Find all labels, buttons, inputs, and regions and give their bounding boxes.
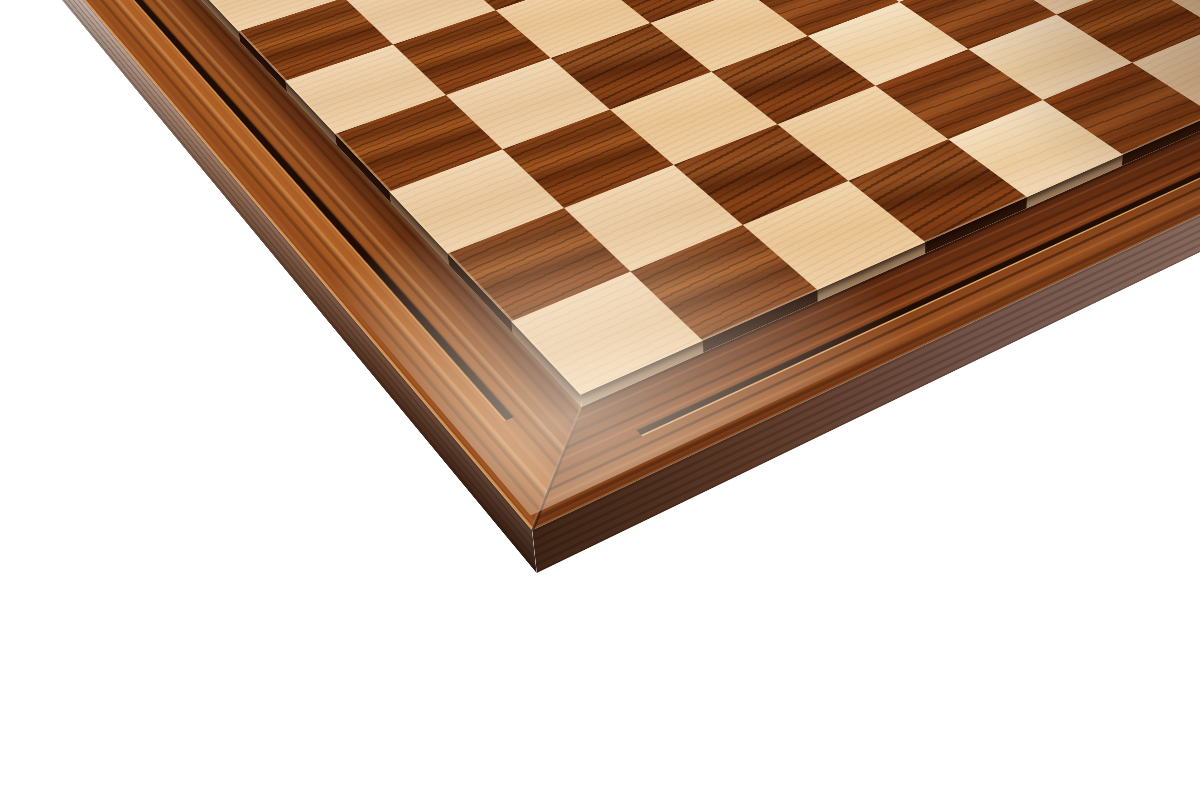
square-d3 bbox=[496, 0, 651, 58]
square-g5 bbox=[875, 49, 1042, 139]
square-e4 bbox=[650, 0, 808, 72]
square-f5 bbox=[808, 2, 969, 86]
square-c2 bbox=[344, 0, 496, 45]
square-f3 bbox=[610, 72, 777, 165]
square-h1 bbox=[511, 272, 703, 395]
square-h7 bbox=[1132, 27, 1200, 114]
square-e5 bbox=[745, 0, 899, 36]
square-g1 bbox=[448, 208, 631, 321]
square-d1 bbox=[285, 45, 446, 134]
square-g4 bbox=[777, 86, 948, 181]
square-g7 bbox=[1057, 0, 1200, 63]
square-h2 bbox=[630, 225, 817, 341]
square-g8 bbox=[1140, 0, 1200, 27]
square-c3 bbox=[444, 0, 593, 10]
photo-backdrop bbox=[0, 0, 1200, 800]
square-g3 bbox=[674, 124, 849, 225]
square-f4 bbox=[711, 36, 875, 124]
square-g2 bbox=[564, 165, 743, 272]
square-f7 bbox=[986, 0, 1140, 15]
square-g6 bbox=[968, 15, 1132, 100]
scene bbox=[0, 0, 1200, 800]
square-e2 bbox=[446, 58, 610, 149]
square-f2 bbox=[503, 109, 674, 208]
square-f6 bbox=[899, 0, 1056, 49]
square-d2 bbox=[393, 10, 551, 95]
square-d4 bbox=[593, 0, 745, 23]
square-e3 bbox=[551, 23, 712, 110]
square-e6 bbox=[835, 0, 986, 2]
chessboard bbox=[35, 0, 1200, 530]
